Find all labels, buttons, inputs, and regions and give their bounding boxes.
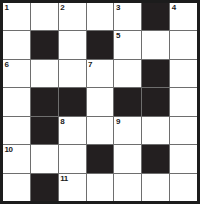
black-cell-r5c5 xyxy=(142,145,169,172)
clue-number-2: 2 xyxy=(60,3,64,12)
black-cell-r1c1 xyxy=(31,31,58,58)
cell-r3c6[interactable] xyxy=(170,88,197,115)
cell-r2c6[interactable] xyxy=(170,60,197,87)
cell-r6c6[interactable] xyxy=(170,174,197,201)
cell-r0c0[interactable]: 1 xyxy=(3,3,30,30)
cell-r2c3[interactable]: 7 xyxy=(87,60,114,87)
cell-r5c6[interactable] xyxy=(170,145,197,172)
cell-r2c1[interactable] xyxy=(31,60,58,87)
crossword-board: 1234567891011 xyxy=(0,0,200,204)
cell-r3c3[interactable] xyxy=(87,88,114,115)
cell-r4c4[interactable]: 9 xyxy=(114,117,141,144)
cell-r4c2[interactable]: 8 xyxy=(59,117,86,144)
clue-number-6: 6 xyxy=(5,60,9,69)
cell-r5c4[interactable] xyxy=(114,145,141,172)
black-cell-r0c5 xyxy=(142,3,169,30)
clue-number-11: 11 xyxy=(60,174,67,183)
cell-r5c1[interactable] xyxy=(31,145,58,172)
clue-number-3: 3 xyxy=(116,3,120,12)
clue-number-1: 1 xyxy=(5,3,9,12)
cell-r1c2[interactable] xyxy=(59,31,86,58)
black-cell-r1c3 xyxy=(87,31,114,58)
cell-r4c0[interactable] xyxy=(3,117,30,144)
cell-r0c2[interactable]: 2 xyxy=(59,3,86,30)
black-cell-r3c1 xyxy=(31,88,58,115)
cell-r6c4[interactable] xyxy=(114,174,141,201)
cell-r6c3[interactable] xyxy=(87,174,114,201)
cell-r2c0[interactable]: 6 xyxy=(3,60,30,87)
black-cell-r4c1 xyxy=(31,117,58,144)
cell-r1c6[interactable] xyxy=(170,31,197,58)
clue-number-4: 4 xyxy=(172,3,176,12)
cell-r1c0[interactable] xyxy=(3,31,30,58)
cell-r0c6[interactable]: 4 xyxy=(170,3,197,30)
clue-number-10: 10 xyxy=(5,145,13,154)
clue-number-9: 9 xyxy=(116,117,120,126)
black-cell-r2c5 xyxy=(142,60,169,87)
cell-r4c5[interactable] xyxy=(142,117,169,144)
black-cell-r3c5 xyxy=(142,88,169,115)
cell-r5c2[interactable] xyxy=(59,145,86,172)
black-cell-r6c1 xyxy=(31,174,58,201)
cell-r3c0[interactable] xyxy=(3,88,30,115)
cell-r0c1[interactable] xyxy=(31,3,58,30)
cell-r4c3[interactable] xyxy=(87,117,114,144)
cell-r1c4[interactable]: 5 xyxy=(114,31,141,58)
cell-r6c0[interactable] xyxy=(3,174,30,201)
cell-r5c0[interactable]: 10 xyxy=(3,145,30,172)
cell-r1c5[interactable] xyxy=(142,31,169,58)
cell-r6c2[interactable]: 11 xyxy=(59,174,86,201)
cell-r0c4[interactable]: 3 xyxy=(114,3,141,30)
clue-number-8: 8 xyxy=(60,117,64,126)
clue-number-7: 7 xyxy=(88,60,92,69)
black-cell-r3c2 xyxy=(59,88,86,115)
cell-r4c6[interactable] xyxy=(170,117,197,144)
cell-r2c4[interactable] xyxy=(114,60,141,87)
cell-r6c5[interactable] xyxy=(142,174,169,201)
black-cell-r3c4 xyxy=(114,88,141,115)
cell-r2c2[interactable] xyxy=(59,60,86,87)
cell-r0c3[interactable] xyxy=(87,3,114,30)
black-cell-r5c3 xyxy=(87,145,114,172)
clue-number-5: 5 xyxy=(116,31,120,40)
